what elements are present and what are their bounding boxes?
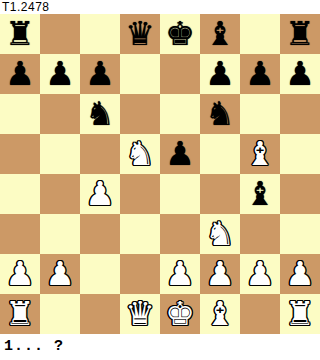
square-a3[interactable] [0, 214, 40, 254]
square-d5[interactable]: ♞ [120, 134, 160, 174]
square-g8[interactable] [240, 14, 280, 54]
square-f1[interactable]: ♝ [200, 294, 240, 334]
black-rook[interactable]: ♜ [280, 14, 320, 54]
black-pawn[interactable]: ♟ [280, 54, 320, 94]
square-h3[interactable] [280, 214, 320, 254]
square-c1[interactable] [80, 294, 120, 334]
puzzle-title: T1.2478 [0, 0, 320, 14]
square-f8[interactable]: ♝ [200, 14, 240, 54]
black-bishop[interactable]: ♝ [200, 14, 240, 54]
square-d3[interactable] [120, 214, 160, 254]
square-a2[interactable]: ♟ [0, 254, 40, 294]
square-h8[interactable]: ♜ [280, 14, 320, 54]
square-a8[interactable]: ♜ [0, 14, 40, 54]
square-b2[interactable]: ♟ [40, 254, 80, 294]
black-pawn[interactable]: ♟ [80, 54, 120, 94]
black-queen[interactable]: ♛ [120, 14, 160, 54]
white-pawn[interactable]: ♟ [240, 254, 280, 294]
white-queen[interactable]: ♛ [120, 294, 160, 334]
white-knight[interactable]: ♞ [120, 134, 160, 174]
white-pawn[interactable]: ♟ [0, 254, 40, 294]
square-e6[interactable] [160, 94, 200, 134]
square-g7[interactable]: ♟ [240, 54, 280, 94]
square-a4[interactable] [0, 174, 40, 214]
square-e4[interactable] [160, 174, 200, 214]
move-prompt: 1... ? [0, 334, 320, 360]
square-e3[interactable] [160, 214, 200, 254]
white-pawn[interactable]: ♟ [160, 254, 200, 294]
puzzle-frame: T1.2478 ♜♛♚♝♜♟♟♟♟♟♟♞♞♞♟♝♟♝♞♟♟♟♟♟♟♜♛♚♝♜ 1… [0, 0, 320, 360]
square-d2[interactable] [120, 254, 160, 294]
black-pawn[interactable]: ♟ [0, 54, 40, 94]
white-king[interactable]: ♚ [160, 294, 200, 334]
square-b4[interactable] [40, 174, 80, 214]
square-e8[interactable]: ♚ [160, 14, 200, 54]
white-pawn[interactable]: ♟ [200, 254, 240, 294]
black-knight[interactable]: ♞ [200, 94, 240, 134]
square-h1[interactable]: ♜ [280, 294, 320, 334]
square-d1[interactable]: ♛ [120, 294, 160, 334]
black-pawn[interactable]: ♟ [40, 54, 80, 94]
square-e1[interactable]: ♚ [160, 294, 200, 334]
square-c4[interactable]: ♟ [80, 174, 120, 214]
square-g3[interactable] [240, 214, 280, 254]
square-c7[interactable]: ♟ [80, 54, 120, 94]
chess-board: ♜♛♚♝♜♟♟♟♟♟♟♞♞♞♟♝♟♝♞♟♟♟♟♟♟♜♛♚♝♜ [0, 14, 320, 334]
square-g6[interactable] [240, 94, 280, 134]
white-pawn[interactable]: ♟ [280, 254, 320, 294]
square-f6[interactable]: ♞ [200, 94, 240, 134]
square-a6[interactable] [0, 94, 40, 134]
black-knight[interactable]: ♞ [80, 94, 120, 134]
square-b6[interactable] [40, 94, 80, 134]
square-c3[interactable] [80, 214, 120, 254]
square-f5[interactable] [200, 134, 240, 174]
square-d6[interactable] [120, 94, 160, 134]
square-b5[interactable] [40, 134, 80, 174]
square-a1[interactable]: ♜ [0, 294, 40, 334]
square-b3[interactable] [40, 214, 80, 254]
square-g5[interactable]: ♝ [240, 134, 280, 174]
square-c8[interactable] [80, 14, 120, 54]
black-pawn[interactable]: ♟ [200, 54, 240, 94]
white-bishop[interactable]: ♝ [240, 134, 280, 174]
square-b7[interactable]: ♟ [40, 54, 80, 94]
square-h4[interactable] [280, 174, 320, 214]
square-f4[interactable] [200, 174, 240, 214]
square-a7[interactable]: ♟ [0, 54, 40, 94]
white-pawn[interactable]: ♟ [80, 174, 120, 214]
black-pawn[interactable]: ♟ [160, 134, 200, 174]
square-f3[interactable]: ♞ [200, 214, 240, 254]
square-e5[interactable]: ♟ [160, 134, 200, 174]
white-pawn[interactable]: ♟ [40, 254, 80, 294]
square-b1[interactable] [40, 294, 80, 334]
black-pawn[interactable]: ♟ [240, 54, 280, 94]
square-d7[interactable] [120, 54, 160, 94]
square-b8[interactable] [40, 14, 80, 54]
white-rook[interactable]: ♜ [280, 294, 320, 334]
square-e2[interactable]: ♟ [160, 254, 200, 294]
square-c6[interactable]: ♞ [80, 94, 120, 134]
square-h5[interactable] [280, 134, 320, 174]
square-g4[interactable]: ♝ [240, 174, 280, 214]
square-h6[interactable] [280, 94, 320, 134]
black-bishop[interactable]: ♝ [240, 174, 280, 214]
black-rook[interactable]: ♜ [0, 14, 40, 54]
square-h2[interactable]: ♟ [280, 254, 320, 294]
square-e7[interactable] [160, 54, 200, 94]
square-f2[interactable]: ♟ [200, 254, 240, 294]
white-rook[interactable]: ♜ [0, 294, 40, 334]
white-knight[interactable]: ♞ [200, 214, 240, 254]
white-bishop[interactable]: ♝ [200, 294, 240, 334]
square-h7[interactable]: ♟ [280, 54, 320, 94]
square-d4[interactable] [120, 174, 160, 214]
square-c5[interactable] [80, 134, 120, 174]
square-d8[interactable]: ♛ [120, 14, 160, 54]
black-king[interactable]: ♚ [160, 14, 200, 54]
square-g2[interactable]: ♟ [240, 254, 280, 294]
square-a5[interactable] [0, 134, 40, 174]
square-f7[interactable]: ♟ [200, 54, 240, 94]
square-g1[interactable] [240, 294, 280, 334]
square-c2[interactable] [80, 254, 120, 294]
